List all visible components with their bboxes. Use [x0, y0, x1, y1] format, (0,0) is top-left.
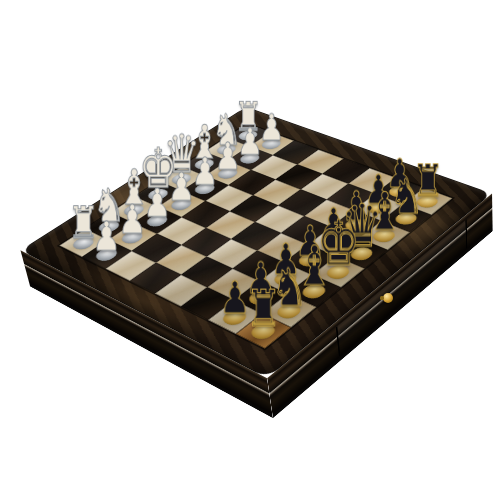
square-d3: [205, 185, 253, 211]
piece-glyph: ♟: [83, 216, 130, 257]
piece-glyph: ♜: [237, 282, 290, 333]
photo-background: ♜♟♟♜♞♟♟♞♝♟♟♝♛♟♟♛♚♟♟♚♝♟♟♝♞♟♟♞♜♟♟♜: [0, 0, 500, 500]
square-h8: ♜: [236, 314, 291, 349]
drawer-knob: [383, 293, 393, 303]
square-h2: ♟: [82, 240, 132, 269]
chess-board: ♜♟♟♜♞♟♟♞♝♟♟♝♛♟♟♛♚♟♟♚♝♟♟♝♞♟♟♞♜♟♟♜: [20, 107, 492, 379]
